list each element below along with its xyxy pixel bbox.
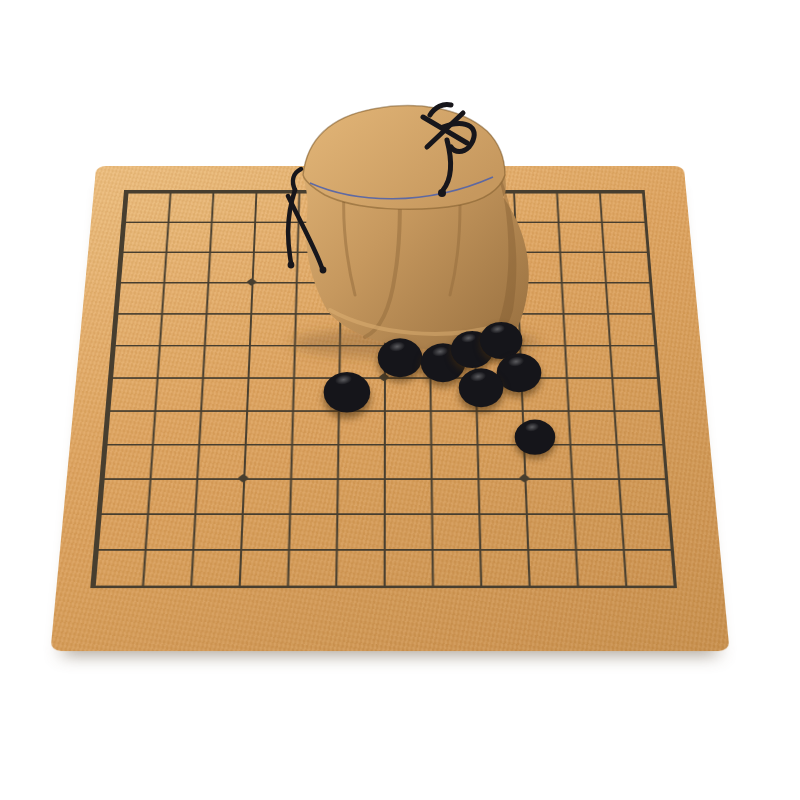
cord-tip bbox=[320, 267, 327, 274]
go-set-product-photo: ●●●●●●●● bbox=[0, 0, 800, 800]
black-stone[interactable]: ● bbox=[324, 368, 370, 408]
star-point bbox=[237, 474, 249, 483]
black-stone[interactable]: ● bbox=[515, 417, 555, 452]
bag-cuff bbox=[303, 106, 505, 210]
star-point bbox=[519, 474, 531, 483]
black-stone[interactable]: ● bbox=[459, 365, 503, 403]
cord-tip bbox=[288, 262, 295, 269]
black-stone[interactable]: ● bbox=[378, 335, 422, 373]
cord-tip bbox=[438, 189, 446, 197]
